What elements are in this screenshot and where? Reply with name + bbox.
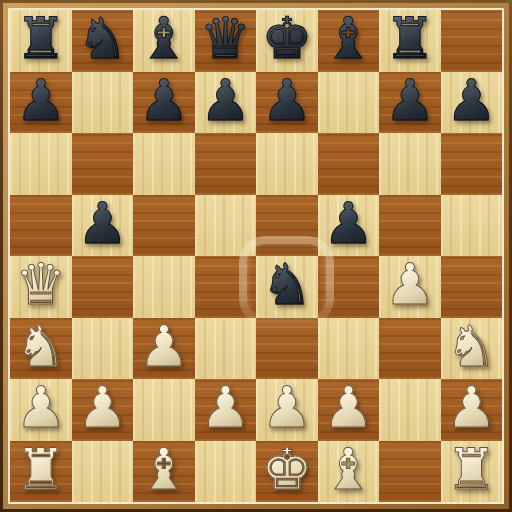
square-g3[interactable] bbox=[379, 318, 441, 380]
square-c3[interactable]: ♟ bbox=[133, 318, 195, 380]
square-h1[interactable]: ♜ bbox=[441, 441, 503, 503]
square-a7[interactable]: ♟ bbox=[10, 72, 72, 134]
piece-black-queen[interactable]: ♛ bbox=[195, 10, 257, 72]
square-c5[interactable] bbox=[133, 195, 195, 257]
square-b7[interactable] bbox=[72, 72, 134, 134]
square-d2[interactable]: ♟ bbox=[195, 379, 257, 441]
square-b1[interactable] bbox=[72, 441, 134, 503]
piece-black-pawn[interactable]: ♟ bbox=[318, 195, 380, 257]
piece-white-pawn[interactable]: ♟ bbox=[256, 379, 318, 441]
board-frame-outer: ♜♞♝♛♚♝♜♟♟♟♟♟♟♟♟♛♞♟♞♟♞♟♟♟♟♟♟♜♝♚♝♜ bbox=[0, 0, 512, 512]
square-g8[interactable]: ♜ bbox=[379, 10, 441, 72]
board-frame-gold: ♜♞♝♛♚♝♜♟♟♟♟♟♟♟♟♛♞♟♞♟♞♟♟♟♟♟♟♜♝♚♝♜ bbox=[3, 3, 509, 509]
square-a6[interactable] bbox=[10, 133, 72, 195]
piece-black-pawn[interactable]: ♟ bbox=[133, 72, 195, 134]
piece-white-knight[interactable]: ♞ bbox=[441, 318, 503, 380]
square-a5[interactable] bbox=[10, 195, 72, 257]
square-a2[interactable]: ♟ bbox=[10, 379, 72, 441]
square-h7[interactable]: ♟ bbox=[441, 72, 503, 134]
piece-black-pawn[interactable]: ♟ bbox=[195, 72, 257, 134]
square-g4[interactable]: ♟ bbox=[379, 256, 441, 318]
piece-white-bishop[interactable]: ♝ bbox=[318, 441, 380, 503]
piece-black-bishop[interactable]: ♝ bbox=[318, 10, 380, 72]
square-h8[interactable] bbox=[441, 10, 503, 72]
square-h5[interactable] bbox=[441, 195, 503, 257]
square-f8[interactable]: ♝ bbox=[318, 10, 380, 72]
square-a4[interactable]: ♛ bbox=[10, 256, 72, 318]
square-h2[interactable]: ♟ bbox=[441, 379, 503, 441]
square-a3[interactable]: ♞ bbox=[10, 318, 72, 380]
square-e1[interactable]: ♚ bbox=[256, 441, 318, 503]
square-e2[interactable]: ♟ bbox=[256, 379, 318, 441]
square-f6[interactable] bbox=[318, 133, 380, 195]
piece-black-pawn[interactable]: ♟ bbox=[441, 72, 503, 134]
piece-white-pawn[interactable]: ♟ bbox=[379, 256, 441, 318]
square-g1[interactable] bbox=[379, 441, 441, 503]
piece-white-pawn[interactable]: ♟ bbox=[72, 379, 134, 441]
piece-white-pawn[interactable]: ♟ bbox=[10, 379, 72, 441]
square-d6[interactable] bbox=[195, 133, 257, 195]
square-g6[interactable] bbox=[379, 133, 441, 195]
square-c7[interactable]: ♟ bbox=[133, 72, 195, 134]
piece-white-pawn[interactable]: ♟ bbox=[441, 379, 503, 441]
piece-black-pawn[interactable]: ♟ bbox=[72, 195, 134, 257]
piece-white-queen[interactable]: ♛ bbox=[10, 256, 72, 318]
piece-white-bishop[interactable]: ♝ bbox=[133, 441, 195, 503]
piece-black-pawn[interactable]: ♟ bbox=[379, 72, 441, 134]
square-e3[interactable] bbox=[256, 318, 318, 380]
square-c1[interactable]: ♝ bbox=[133, 441, 195, 503]
square-d5[interactable] bbox=[195, 195, 257, 257]
square-e6[interactable] bbox=[256, 133, 318, 195]
piece-black-rook[interactable]: ♜ bbox=[379, 10, 441, 72]
chess-app: ♜♞♝♛♚♝♜♟♟♟♟♟♟♟♟♛♞♟♞♟♞♟♟♟♟♟♟♜♝♚♝♜ bbox=[0, 0, 512, 512]
square-g7[interactable]: ♟ bbox=[379, 72, 441, 134]
piece-black-knight[interactable]: ♞ bbox=[256, 256, 318, 318]
square-c4[interactable] bbox=[133, 256, 195, 318]
square-h6[interactable] bbox=[441, 133, 503, 195]
piece-white-king[interactable]: ♚ bbox=[256, 441, 318, 503]
square-d8[interactable]: ♛ bbox=[195, 10, 257, 72]
square-b5[interactable]: ♟ bbox=[72, 195, 134, 257]
square-f3[interactable] bbox=[318, 318, 380, 380]
square-d1[interactable] bbox=[195, 441, 257, 503]
piece-black-king[interactable]: ♚ bbox=[256, 10, 318, 72]
piece-black-bishop[interactable]: ♝ bbox=[133, 10, 195, 72]
square-h4[interactable] bbox=[441, 256, 503, 318]
square-h3[interactable]: ♞ bbox=[441, 318, 503, 380]
piece-white-pawn[interactable]: ♟ bbox=[195, 379, 257, 441]
square-c2[interactable] bbox=[133, 379, 195, 441]
piece-black-knight[interactable]: ♞ bbox=[72, 10, 134, 72]
square-b6[interactable] bbox=[72, 133, 134, 195]
square-g2[interactable] bbox=[379, 379, 441, 441]
square-d3[interactable] bbox=[195, 318, 257, 380]
square-g5[interactable] bbox=[379, 195, 441, 257]
square-d7[interactable]: ♟ bbox=[195, 72, 257, 134]
square-f5[interactable]: ♟ bbox=[318, 195, 380, 257]
piece-white-pawn[interactable]: ♟ bbox=[318, 379, 380, 441]
piece-black-pawn[interactable]: ♟ bbox=[256, 72, 318, 134]
chess-board: ♜♞♝♛♚♝♜♟♟♟♟♟♟♟♟♛♞♟♞♟♞♟♟♟♟♟♟♜♝♚♝♜ bbox=[10, 10, 502, 502]
piece-white-pawn[interactable]: ♟ bbox=[133, 318, 195, 380]
square-f4[interactable] bbox=[318, 256, 380, 318]
board-frame-inner-line: ♜♞♝♛♚♝♜♟♟♟♟♟♟♟♟♛♞♟♞♟♞♟♟♟♟♟♟♜♝♚♝♜ bbox=[8, 8, 504, 504]
square-a8[interactable]: ♜ bbox=[10, 10, 72, 72]
piece-black-rook[interactable]: ♜ bbox=[10, 10, 72, 72]
piece-white-rook[interactable]: ♜ bbox=[10, 441, 72, 503]
square-e5[interactable] bbox=[256, 195, 318, 257]
square-b3[interactable] bbox=[72, 318, 134, 380]
square-f2[interactable]: ♟ bbox=[318, 379, 380, 441]
square-c8[interactable]: ♝ bbox=[133, 10, 195, 72]
square-a1[interactable]: ♜ bbox=[10, 441, 72, 503]
square-e4[interactable]: ♞ bbox=[256, 256, 318, 318]
square-b2[interactable]: ♟ bbox=[72, 379, 134, 441]
square-b4[interactable] bbox=[72, 256, 134, 318]
piece-white-knight[interactable]: ♞ bbox=[10, 318, 72, 380]
square-f1[interactable]: ♝ bbox=[318, 441, 380, 503]
square-e7[interactable]: ♟ bbox=[256, 72, 318, 134]
square-d4[interactable] bbox=[195, 256, 257, 318]
piece-white-rook[interactable]: ♜ bbox=[441, 441, 503, 503]
square-b8[interactable]: ♞ bbox=[72, 10, 134, 72]
piece-black-pawn[interactable]: ♟ bbox=[10, 72, 72, 134]
square-e8[interactable]: ♚ bbox=[256, 10, 318, 72]
square-c6[interactable] bbox=[133, 133, 195, 195]
square-f7[interactable] bbox=[318, 72, 380, 134]
